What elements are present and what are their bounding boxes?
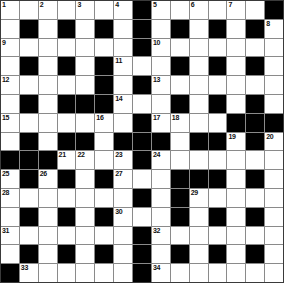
cell-r4c7[interactable]: 11 <box>114 57 132 75</box>
cell-r15c6[interactable] <box>95 264 113 282</box>
cell-r10c9[interactable] <box>152 170 170 188</box>
cell-r10c7[interactable]: 27 <box>114 170 132 188</box>
clue-number-3: 3 <box>77 1 81 9</box>
cell-r6c11[interactable] <box>190 95 208 113</box>
cell-r12c13[interactable] <box>227 208 245 226</box>
black-cell-r11c10 <box>171 189 189 207</box>
cell-r12c11[interactable] <box>190 208 208 226</box>
clue-number-26: 26 <box>40 170 47 178</box>
cell-r13c14[interactable] <box>246 227 264 245</box>
clue-number-34: 34 <box>153 264 160 272</box>
cell-r14c11[interactable] <box>190 245 208 263</box>
cell-r3c10[interactable] <box>171 39 189 57</box>
cell-r7c12[interactable] <box>209 114 227 132</box>
cell-r13c12[interactable] <box>209 227 227 245</box>
cell-r10c3[interactable]: 26 <box>39 170 57 188</box>
cell-r7c11[interactable] <box>190 114 208 132</box>
cell-r14c1[interactable] <box>1 245 19 263</box>
cell-r4c9[interactable] <box>152 57 170 75</box>
cell-r11c12[interactable] <box>209 189 227 207</box>
cell-r11c3[interactable] <box>39 189 57 207</box>
cell-r5c5[interactable] <box>76 76 94 94</box>
cell-r12c7[interactable]: 30 <box>114 208 132 226</box>
clue-number-8: 8 <box>266 20 270 28</box>
clue-number-32: 32 <box>153 227 160 235</box>
black-cell-r8c8 <box>133 133 151 151</box>
black-cell-r14c10 <box>171 245 189 263</box>
cell-r11c4[interactable] <box>58 189 76 207</box>
clue-number-6: 6 <box>191 1 195 9</box>
cell-r3c7[interactable] <box>114 39 132 57</box>
black-cell-r8c12 <box>209 133 227 151</box>
cell-r2c11[interactable] <box>190 20 208 38</box>
cell-r8c3[interactable] <box>39 133 57 151</box>
black-cell-r6c2 <box>20 95 38 113</box>
clue-number-5: 5 <box>153 1 157 9</box>
cell-r1c1[interactable]: 1 <box>1 1 19 19</box>
black-cell-r7c13 <box>227 114 245 132</box>
cell-r6c8[interactable] <box>133 95 151 113</box>
cell-r7c4[interactable] <box>58 114 76 132</box>
black-cell-r9c2 <box>20 151 38 169</box>
cell-r5c2[interactable] <box>20 76 38 94</box>
cell-r1c4[interactable] <box>58 1 76 19</box>
cell-r7c6[interactable]: 16 <box>95 114 113 132</box>
cell-r1c11[interactable]: 6 <box>190 1 208 19</box>
cell-r3c3[interactable] <box>39 39 57 57</box>
cell-r14c15[interactable] <box>265 245 283 263</box>
clue-number-7: 7 <box>228 1 232 9</box>
black-cell-r15c1 <box>1 264 19 282</box>
black-cell-r8c11 <box>190 133 208 151</box>
black-cell-r2c10 <box>171 20 189 38</box>
cell-r3c2[interactable] <box>20 39 38 57</box>
cell-r4c13[interactable] <box>227 57 245 75</box>
cell-r5c13[interactable] <box>227 76 245 94</box>
cell-r9c15[interactable] <box>265 151 283 169</box>
black-cell-r10c10 <box>171 170 189 188</box>
cell-r5c4[interactable] <box>58 76 76 94</box>
cell-r12c5[interactable] <box>76 208 94 226</box>
cell-r2c5[interactable] <box>76 20 94 38</box>
black-cell-r12c14 <box>246 208 264 226</box>
black-cell-r7c8 <box>133 114 151 132</box>
cell-r15c9[interactable]: 34 <box>152 264 170 282</box>
black-cell-r5c8 <box>133 76 151 94</box>
cell-r1c10[interactable] <box>171 1 189 19</box>
black-cell-r7c14 <box>246 114 264 132</box>
cell-r10c15[interactable] <box>265 170 283 188</box>
cell-r4c1[interactable] <box>1 57 19 75</box>
cell-r8c1[interactable] <box>1 133 19 151</box>
cell-r13c1[interactable]: 31 <box>1 227 19 245</box>
cell-r14c9[interactable] <box>152 245 170 263</box>
clue-number-4: 4 <box>115 1 119 9</box>
cell-r7c10[interactable]: 18 <box>171 114 189 132</box>
cell-r13c3[interactable] <box>39 227 57 245</box>
cell-r5c11[interactable] <box>190 76 208 94</box>
black-cell-r11c8 <box>133 189 151 207</box>
black-cell-r12c4 <box>58 208 76 226</box>
cell-r3c11[interactable] <box>190 39 208 57</box>
black-cell-r8c4 <box>58 133 76 151</box>
clue-number-13: 13 <box>153 76 160 84</box>
cell-r5c1[interactable]: 12 <box>1 76 19 94</box>
cell-r5c3[interactable] <box>39 76 57 94</box>
cell-r4c5[interactable] <box>76 57 94 75</box>
black-cell-r3c8 <box>133 39 151 57</box>
cell-r3c12[interactable] <box>209 39 227 57</box>
black-cell-r2c8 <box>133 20 151 38</box>
black-cell-r4c12 <box>209 57 227 75</box>
cell-r15c11[interactable] <box>190 264 208 282</box>
cell-r7c9[interactable]: 17 <box>152 114 170 132</box>
cell-r14c7[interactable] <box>114 245 132 263</box>
clue-number-25: 25 <box>2 170 9 178</box>
clue-number-22: 22 <box>77 151 84 159</box>
cell-r2c9[interactable] <box>152 20 170 38</box>
black-cell-r6c10 <box>171 95 189 113</box>
black-cell-r8c14 <box>246 133 264 151</box>
cell-r15c7[interactable] <box>114 264 132 282</box>
clue-number-28: 28 <box>2 189 9 197</box>
black-cell-r6c5 <box>76 95 94 113</box>
clue-number-15: 15 <box>2 114 9 122</box>
black-cell-r14c12 <box>209 245 227 263</box>
cell-r5c9[interactable]: 13 <box>152 76 170 94</box>
crossword-board: 1234567891011121314151617181920212223242… <box>0 0 284 283</box>
cell-r10c5[interactable] <box>76 170 94 188</box>
cell-r15c5[interactable] <box>76 264 94 282</box>
cell-r1c12[interactable] <box>209 1 227 19</box>
cell-r12c3[interactable] <box>39 208 57 226</box>
black-cell-r6c12 <box>209 95 227 113</box>
black-cell-r15c8 <box>133 264 151 282</box>
cell-r11c9[interactable] <box>152 189 170 207</box>
cell-r11c2[interactable] <box>20 189 38 207</box>
clue-number-30: 30 <box>115 208 122 216</box>
black-cell-r10c6 <box>95 170 113 188</box>
cell-r1c9[interactable]: 5 <box>152 1 170 19</box>
cell-r11c7[interactable] <box>114 189 132 207</box>
clue-number-2: 2 <box>40 1 44 9</box>
cell-r10c1[interactable]: 25 <box>1 170 19 188</box>
cell-r10c13[interactable] <box>227 170 245 188</box>
cell-r15c12[interactable] <box>209 264 227 282</box>
cell-r6c9[interactable] <box>152 95 170 113</box>
cell-r12c9[interactable] <box>152 208 170 226</box>
clue-number-23: 23 <box>115 151 122 159</box>
cell-r12c15[interactable] <box>265 208 283 226</box>
cell-r13c7[interactable] <box>114 227 132 245</box>
black-cell-r12c12 <box>209 208 227 226</box>
cell-r12c8[interactable] <box>133 208 151 226</box>
cell-r11c13[interactable] <box>227 189 245 207</box>
black-cell-r2c12 <box>209 20 227 38</box>
black-cell-r1c8 <box>133 1 151 19</box>
cell-r11c6[interactable] <box>95 189 113 207</box>
clue-number-12: 12 <box>2 76 9 84</box>
cell-r6c15[interactable] <box>265 95 283 113</box>
cell-r1c5[interactable]: 3 <box>76 1 94 19</box>
cell-r15c13[interactable] <box>227 264 245 282</box>
black-cell-r6c4 <box>58 95 76 113</box>
clue-number-9: 9 <box>2 39 6 47</box>
cell-r4c15[interactable] <box>265 57 283 75</box>
black-cell-r9c1 <box>1 151 19 169</box>
cell-r3c9[interactable]: 10 <box>152 39 170 57</box>
black-cell-r10c14 <box>246 170 264 188</box>
cell-r3c14[interactable] <box>246 39 264 57</box>
black-cell-r10c2 <box>20 170 38 188</box>
clue-number-24: 24 <box>153 151 160 159</box>
cell-r13c11[interactable] <box>190 227 208 245</box>
black-cell-r8c7 <box>114 133 132 151</box>
clue-number-27: 27 <box>115 170 122 178</box>
cell-r2c13[interactable] <box>227 20 245 38</box>
cell-r9c10[interactable] <box>171 151 189 169</box>
cell-r9c12[interactable] <box>209 151 227 169</box>
cell-r14c13[interactable] <box>227 245 245 263</box>
black-cell-r1c15 <box>265 1 283 19</box>
cell-r4c3[interactable] <box>39 57 57 75</box>
cell-r9c11[interactable] <box>190 151 208 169</box>
cell-r15c4[interactable] <box>58 264 76 282</box>
black-cell-r4c2 <box>20 57 38 75</box>
cell-r8c6[interactable] <box>95 133 113 151</box>
cell-r12c1[interactable] <box>1 208 19 226</box>
black-cell-r9c8 <box>133 151 151 169</box>
black-cell-r10c12 <box>209 170 227 188</box>
black-cell-r6c14 <box>246 95 264 113</box>
cell-r9c4[interactable]: 21 <box>58 151 76 169</box>
black-cell-r2c6 <box>95 20 113 38</box>
cell-r2c3[interactable] <box>39 20 57 38</box>
cell-r13c15[interactable] <box>265 227 283 245</box>
cell-r9c5[interactable]: 22 <box>76 151 94 169</box>
cell-r1c2[interactable] <box>20 1 38 19</box>
cell-r1c14[interactable] <box>246 1 264 19</box>
cell-r8c13[interactable]: 19 <box>227 133 245 151</box>
black-cell-r4c10 <box>171 57 189 75</box>
clue-number-21: 21 <box>59 151 66 159</box>
cell-r2c1[interactable] <box>1 20 19 38</box>
cell-r9c9[interactable]: 24 <box>152 151 170 169</box>
cell-r15c2[interactable]: 33 <box>20 264 38 282</box>
cell-r5c14[interactable] <box>246 76 264 94</box>
black-cell-r14c4 <box>58 245 76 263</box>
cell-r8c15[interactable]: 20 <box>265 133 283 151</box>
cell-r14c3[interactable] <box>39 245 57 263</box>
cell-r9c6[interactable] <box>95 151 113 169</box>
clue-number-11: 11 <box>115 57 122 65</box>
black-cell-r4c6 <box>95 57 113 75</box>
black-cell-r14c2 <box>20 245 38 263</box>
cell-r5c10[interactable] <box>171 76 189 94</box>
clue-number-18: 18 <box>172 114 179 122</box>
cell-r3c6[interactable] <box>95 39 113 57</box>
clue-number-14: 14 <box>115 95 122 103</box>
cell-r1c6[interactable] <box>95 1 113 19</box>
black-cell-r2c2 <box>20 20 38 38</box>
black-cell-r2c14 <box>246 20 264 38</box>
cell-r11c1[interactable]: 28 <box>1 189 19 207</box>
black-cell-r12c2 <box>20 208 38 226</box>
clue-number-1: 1 <box>2 1 6 9</box>
cell-r1c3[interactable]: 2 <box>39 1 57 19</box>
crossword-puzzle: 1234567891011121314151617181920212223242… <box>0 0 284 283</box>
black-cell-r8c9 <box>152 133 170 151</box>
clue-number-10: 10 <box>153 39 160 47</box>
cell-r7c5[interactable] <box>76 114 94 132</box>
cell-r5c12[interactable] <box>209 76 227 94</box>
cell-r3c13[interactable] <box>227 39 245 57</box>
black-cell-r4c14 <box>246 57 264 75</box>
black-cell-r4c4 <box>58 57 76 75</box>
cell-r3c15[interactable] <box>265 39 283 57</box>
black-cell-r8c5 <box>76 133 94 151</box>
black-cell-r10c4 <box>58 170 76 188</box>
black-cell-r14c14 <box>246 245 264 263</box>
cell-r14c5[interactable] <box>76 245 94 263</box>
black-cell-r14c6 <box>95 245 113 263</box>
cell-r13c9[interactable]: 32 <box>152 227 170 245</box>
cell-r2c7[interactable] <box>114 20 132 38</box>
cell-r9c7[interactable]: 23 <box>114 151 132 169</box>
cell-r11c15[interactable] <box>265 189 283 207</box>
cell-r7c2[interactable] <box>20 114 38 132</box>
cell-r7c1[interactable]: 15 <box>1 114 19 132</box>
cell-r13c5[interactable] <box>76 227 94 245</box>
black-cell-r8c2 <box>20 133 38 151</box>
black-cell-r10c11 <box>190 170 208 188</box>
cell-r13c13[interactable] <box>227 227 245 245</box>
black-cell-r7c15 <box>265 114 283 132</box>
cell-r15c10[interactable] <box>171 264 189 282</box>
cell-r13c6[interactable] <box>95 227 113 245</box>
cell-r13c10[interactable] <box>171 227 189 245</box>
cell-r10c8[interactable] <box>133 170 151 188</box>
cell-r7c7[interactable] <box>114 114 132 132</box>
cell-r5c15[interactable] <box>265 76 283 94</box>
cell-r13c2[interactable] <box>20 227 38 245</box>
black-cell-r2c4 <box>58 20 76 38</box>
cell-r8c10[interactable] <box>171 133 189 151</box>
clue-number-20: 20 <box>266 133 273 141</box>
cell-r6c3[interactable] <box>39 95 57 113</box>
cell-r3c5[interactable] <box>76 39 94 57</box>
cell-r7c3[interactable] <box>39 114 57 132</box>
cell-r13c4[interactable] <box>58 227 76 245</box>
cell-r4c11[interactable] <box>190 57 208 75</box>
black-cell-r12c10 <box>171 208 189 226</box>
clue-number-17: 17 <box>153 114 160 122</box>
clue-number-19: 19 <box>228 133 235 141</box>
black-cell-r14c8 <box>133 245 151 263</box>
cell-r15c14[interactable] <box>246 264 264 282</box>
cell-r6c13[interactable] <box>227 95 245 113</box>
cell-r6c1[interactable] <box>1 95 19 113</box>
clue-number-33: 33 <box>21 264 28 272</box>
black-cell-r6c6 <box>95 95 113 113</box>
cell-r15c15[interactable] <box>265 264 283 282</box>
black-cell-r9c3 <box>39 151 57 169</box>
cell-r6c7[interactable]: 14 <box>114 95 132 113</box>
cell-r9c14[interactable] <box>246 151 264 169</box>
cell-r2c15[interactable]: 8 <box>265 20 283 38</box>
black-cell-r5c6 <box>95 76 113 94</box>
cell-r3c1[interactable]: 9 <box>1 39 19 57</box>
cell-r15c3[interactable] <box>39 264 57 282</box>
cell-r3c4[interactable] <box>58 39 76 57</box>
cell-r5c7[interactable] <box>114 76 132 94</box>
cell-r11c5[interactable] <box>76 189 94 207</box>
clue-number-16: 16 <box>96 114 103 122</box>
cell-r11c14[interactable] <box>246 189 264 207</box>
clue-number-29: 29 <box>191 189 198 197</box>
black-cell-r12c6 <box>95 208 113 226</box>
cell-r4c8[interactable] <box>133 57 151 75</box>
cell-r11c11[interactable]: 29 <box>190 189 208 207</box>
cell-r1c7[interactable]: 4 <box>114 1 132 19</box>
black-cell-r13c8 <box>133 227 151 245</box>
cell-r1c13[interactable]: 7 <box>227 1 245 19</box>
clue-number-31: 31 <box>2 227 9 235</box>
cell-r9c13[interactable] <box>227 151 245 169</box>
